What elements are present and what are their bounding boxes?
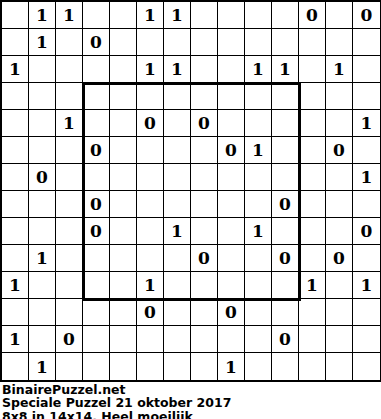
cell-r3c4[interactable] [83, 56, 110, 83]
cell-r11c9[interactable] [218, 272, 245, 299]
cell-r2c6[interactable] [137, 29, 164, 56]
cell-r1c12: 0 [299, 2, 326, 29]
cell-r10c13: 0 [326, 245, 353, 272]
cell-r13c8[interactable] [191, 326, 218, 353]
cell-r4c13[interactable] [326, 83, 353, 110]
cell-r3c13: 1 [326, 56, 353, 83]
cell-r1c2: 1 [29, 2, 56, 29]
cell-r5c3: 1 [56, 110, 83, 137]
cell-r3c7: 1 [164, 56, 191, 83]
cell-r1c1[interactable] [2, 2, 29, 29]
cell-r4c10[interactable] [245, 83, 272, 110]
cell-r11c1: 1 [2, 272, 29, 299]
cell-r7c13[interactable] [326, 164, 353, 191]
cell-r12c10[interactable] [245, 299, 272, 326]
cell-r9c6[interactable] [137, 218, 164, 245]
cell-r11c3[interactable] [56, 272, 83, 299]
cell-r14c7[interactable] [164, 353, 191, 380]
cell-r14c3[interactable] [56, 353, 83, 380]
puzzle-title: Speciale Puzzel 21 oktober 2017 [2, 396, 381, 409]
cell-r14c4[interactable] [83, 353, 110, 380]
cell-r12c6: 0 [137, 299, 164, 326]
cell-r3c5[interactable] [110, 56, 137, 83]
cell-r4c8[interactable] [191, 83, 218, 110]
cell-r4c7[interactable] [164, 83, 191, 110]
cell-r8c2[interactable] [29, 191, 56, 218]
cell-r6c8[interactable] [191, 137, 218, 164]
cell-r4c1[interactable] [2, 83, 29, 110]
cell-r13c13[interactable] [326, 326, 353, 353]
cell-r14c8[interactable] [191, 353, 218, 380]
cell-r6c3[interactable] [56, 137, 83, 164]
cell-r10c7[interactable] [164, 245, 191, 272]
cell-r12c2[interactable] [29, 299, 56, 326]
cell-r3c8[interactable] [191, 56, 218, 83]
cell-r2c8[interactable] [191, 29, 218, 56]
cell-r1c7: 1 [164, 2, 191, 29]
cell-r12c8[interactable] [191, 299, 218, 326]
cell-r5c7[interactable] [164, 110, 191, 137]
cell-r7c8[interactable] [191, 164, 218, 191]
cell-r4c3[interactable] [56, 83, 83, 110]
site-name: BinairePuzzel.net [2, 383, 381, 396]
cell-r9c8[interactable] [191, 218, 218, 245]
cell-r13c2[interactable] [29, 326, 56, 353]
cell-r1c10[interactable] [245, 2, 272, 29]
cell-r8c13[interactable] [326, 191, 353, 218]
cell-r11c7[interactable] [164, 272, 191, 299]
cell-r10c14[interactable] [353, 245, 380, 272]
cell-r7c7[interactable] [164, 164, 191, 191]
cell-r11c5[interactable] [110, 272, 137, 299]
cell-r2c5[interactable] [110, 29, 137, 56]
cell-r14c9: 1 [218, 353, 245, 380]
cell-r14c2: 1 [29, 353, 56, 380]
cell-r3c3[interactable] [56, 56, 83, 83]
cell-r10c11: 0 [272, 245, 299, 272]
cell-r8c7[interactable] [164, 191, 191, 218]
cell-r9c12[interactable] [299, 218, 326, 245]
cell-r14c13[interactable] [326, 353, 353, 380]
cell-r13c14[interactable] [353, 326, 380, 353]
cell-r13c11: 0 [272, 326, 299, 353]
cell-r10c3[interactable] [56, 245, 83, 272]
cell-r8c11: 0 [272, 191, 299, 218]
cell-r7c9[interactable] [218, 164, 245, 191]
cell-r2c7[interactable] [164, 29, 191, 56]
cell-r1c13[interactable] [326, 2, 353, 29]
cell-r2c10[interactable] [245, 29, 272, 56]
cell-r5c1[interactable] [2, 110, 29, 137]
cell-r12c5[interactable] [110, 299, 137, 326]
cell-r4c5[interactable] [110, 83, 137, 110]
cell-r13c5[interactable] [110, 326, 137, 353]
cell-r8c3[interactable] [56, 191, 83, 218]
cell-r11c10[interactable] [245, 272, 272, 299]
cell-r13c6[interactable] [137, 326, 164, 353]
cell-r7c10[interactable] [245, 164, 272, 191]
cell-r3c14[interactable] [353, 56, 380, 83]
cell-r10c9[interactable] [218, 245, 245, 272]
cell-r12c3[interactable] [56, 299, 83, 326]
cell-r6c1[interactable] [2, 137, 29, 164]
cell-r13c3: 0 [56, 326, 83, 353]
cell-r10c5[interactable] [110, 245, 137, 272]
cell-r13c10[interactable] [245, 326, 272, 353]
cell-r4c2[interactable] [29, 83, 56, 110]
cell-r13c4[interactable] [83, 326, 110, 353]
cell-r11c8[interactable] [191, 272, 218, 299]
cell-r12c1[interactable] [2, 299, 29, 326]
cell-r12c13[interactable] [326, 299, 353, 326]
cell-r2c11[interactable] [272, 29, 299, 56]
cell-r4c9[interactable] [218, 83, 245, 110]
cell-r6c4: 0 [83, 137, 110, 164]
cell-r4c6[interactable] [137, 83, 164, 110]
cell-r9c5[interactable] [110, 218, 137, 245]
cell-r3c12[interactable] [299, 56, 326, 83]
cell-r9c1[interactable] [2, 218, 29, 245]
cell-r11c11[interactable] [272, 272, 299, 299]
cell-r14c11[interactable] [272, 353, 299, 380]
cell-r11c14: 1 [353, 272, 380, 299]
cell-r10c4[interactable] [83, 245, 110, 272]
cell-r1c14: 0 [353, 2, 380, 29]
cell-r4c4[interactable] [83, 83, 110, 110]
cell-r5c14: 1 [353, 110, 380, 137]
cell-r4c11[interactable] [272, 83, 299, 110]
cell-r7c1[interactable] [2, 164, 29, 191]
cell-r5c13[interactable] [326, 110, 353, 137]
cell-r14c5[interactable] [110, 353, 137, 380]
cell-r10c10[interactable] [245, 245, 272, 272]
cell-r14c14[interactable] [353, 353, 380, 380]
cell-r13c1: 1 [2, 326, 29, 353]
cell-r12c4[interactable] [83, 299, 110, 326]
cell-r8c4: 0 [83, 191, 110, 218]
cell-r8c9[interactable] [218, 191, 245, 218]
cell-r7c5[interactable] [110, 164, 137, 191]
cell-r1c6: 1 [137, 2, 164, 29]
cell-r7c11[interactable] [272, 164, 299, 191]
cell-r5c5[interactable] [110, 110, 137, 137]
cell-r8c10[interactable] [245, 191, 272, 218]
cell-r5c12[interactable] [299, 110, 326, 137]
cell-r3c2[interactable] [29, 56, 56, 83]
cell-r5c11[interactable] [272, 110, 299, 137]
cell-r1c4[interactable] [83, 2, 110, 29]
cell-r6c7[interactable] [164, 137, 191, 164]
cell-r1c9[interactable] [218, 2, 245, 29]
cell-r3c6: 1 [137, 56, 164, 83]
cell-r13c7[interactable] [164, 326, 191, 353]
cell-r4c12[interactable] [299, 83, 326, 110]
cell-r5c8: 0 [191, 110, 218, 137]
puzzle-size-difficulty: 8x8 in 14x14, Heel moeilijk [2, 410, 381, 419]
cell-r8c1[interactable] [2, 191, 29, 218]
cell-r2c9[interactable] [218, 29, 245, 56]
puzzle-board-frame: 1111001011111110010010010001101000111100… [0, 0, 381, 382]
cell-r9c13[interactable] [326, 218, 353, 245]
cell-r9c4: 0 [83, 218, 110, 245]
cell-r9c10: 1 [245, 218, 272, 245]
cell-r6c11[interactable] [272, 137, 299, 164]
cell-r7c4[interactable] [83, 164, 110, 191]
cell-r11c6: 1 [137, 272, 164, 299]
cell-r5c4[interactable] [83, 110, 110, 137]
cell-r1c11[interactable] [272, 2, 299, 29]
cell-r12c7[interactable] [164, 299, 191, 326]
cell-r9c7: 1 [164, 218, 191, 245]
cell-r7c6[interactable] [137, 164, 164, 191]
cell-r6c9: 0 [218, 137, 245, 164]
cell-r7c2: 0 [29, 164, 56, 191]
cell-r2c13[interactable] [326, 29, 353, 56]
cell-r8c6[interactable] [137, 191, 164, 218]
cell-r8c8[interactable] [191, 191, 218, 218]
cell-r13c12[interactable] [299, 326, 326, 353]
cell-r5c2[interactable] [29, 110, 56, 137]
puzzle-board: 1111001011111110010010010001101000111100… [2, 2, 380, 380]
cell-r4c14[interactable] [353, 83, 380, 110]
cell-r12c12[interactable] [299, 299, 326, 326]
cell-r14c12[interactable] [299, 353, 326, 380]
cell-r7c3[interactable] [56, 164, 83, 191]
cell-r5c10[interactable] [245, 110, 272, 137]
cell-r3c10: 1 [245, 56, 272, 83]
cell-r7c12[interactable] [299, 164, 326, 191]
cell-r8c14[interactable] [353, 191, 380, 218]
cell-r6c10: 1 [245, 137, 272, 164]
cell-r7c14: 1 [353, 164, 380, 191]
cell-r6c14[interactable] [353, 137, 380, 164]
cell-r9c3[interactable] [56, 218, 83, 245]
cell-r2c4: 0 [83, 29, 110, 56]
cell-r12c14[interactable] [353, 299, 380, 326]
cell-r6c6[interactable] [137, 137, 164, 164]
cell-r6c2[interactable] [29, 137, 56, 164]
cell-r2c2: 1 [29, 29, 56, 56]
cell-r10c8: 0 [191, 245, 218, 272]
cell-r3c1: 1 [2, 56, 29, 83]
cell-r9c14: 0 [353, 218, 380, 245]
cell-r11c4[interactable] [83, 272, 110, 299]
cell-r9c2[interactable] [29, 218, 56, 245]
cell-r10c2: 1 [29, 245, 56, 272]
cell-r6c5[interactable] [110, 137, 137, 164]
cell-r12c9: 0 [218, 299, 245, 326]
cell-r14c1[interactable] [2, 353, 29, 380]
cell-r1c5[interactable] [110, 2, 137, 29]
cell-r6c13: 0 [326, 137, 353, 164]
cell-r11c2[interactable] [29, 272, 56, 299]
cell-r2c3[interactable] [56, 29, 83, 56]
cell-r14c6[interactable] [137, 353, 164, 380]
cell-r2c14[interactable] [353, 29, 380, 56]
cell-r1c3: 1 [56, 2, 83, 29]
cell-r2c12[interactable] [299, 29, 326, 56]
cell-r5c9[interactable] [218, 110, 245, 137]
cell-r10c1[interactable] [2, 245, 29, 272]
cell-r14c10[interactable] [245, 353, 272, 380]
cell-r8c12[interactable] [299, 191, 326, 218]
cell-r6c12[interactable] [299, 137, 326, 164]
cell-r1c8[interactable] [191, 2, 218, 29]
cell-r3c9[interactable] [218, 56, 245, 83]
cell-r10c12[interactable] [299, 245, 326, 272]
cell-r8c5[interactable] [110, 191, 137, 218]
cell-r13c9[interactable] [218, 326, 245, 353]
cell-r12c11[interactable] [272, 299, 299, 326]
footer: BinairePuzzel.net Speciale Puzzel 21 okt… [0, 382, 381, 419]
cell-r11c13[interactable] [326, 272, 353, 299]
cell-r9c9[interactable] [218, 218, 245, 245]
cell-r3c11: 1 [272, 56, 299, 83]
cell-r9c11[interactable] [272, 218, 299, 245]
cell-r5c6: 0 [137, 110, 164, 137]
cell-r11c12: 1 [299, 272, 326, 299]
cell-r2c1[interactable] [2, 29, 29, 56]
cell-r10c6[interactable] [137, 245, 164, 272]
